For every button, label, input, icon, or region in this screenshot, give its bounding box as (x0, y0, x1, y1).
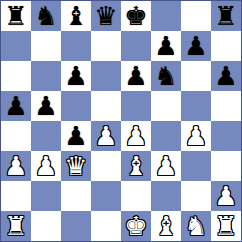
piece-black-pawn: ♟ (4, 91, 27, 121)
square-a7[interactable] (1, 31, 31, 61)
piece-black-bishop: ♝ (64, 1, 87, 31)
piece-white-pawn: ♟ (184, 121, 207, 151)
piece-black-pawn: ♟ (124, 61, 147, 91)
square-h1[interactable]: ♜ (211, 211, 241, 241)
square-c1[interactable] (61, 211, 91, 241)
piece-black-rook: ♜ (214, 1, 237, 31)
square-c7[interactable] (61, 31, 91, 61)
piece-white-bishop: ♝ (124, 151, 147, 181)
square-e8[interactable]: ♚ (121, 1, 151, 31)
piece-white-bishop: ♝ (154, 211, 177, 241)
square-f4[interactable] (151, 121, 181, 151)
square-f2[interactable] (151, 181, 181, 211)
piece-white-pawn: ♟ (4, 151, 27, 181)
square-h2[interactable]: ♟ (211, 181, 241, 211)
square-h7[interactable] (211, 31, 241, 61)
square-b7[interactable] (31, 31, 61, 61)
chess-board: ♜♞♝♛♚♜♟♟♟♟♞♟♟♟♟♟♟♟♟♟♛♝♟♟♜♚♝♞♜ (0, 0, 242, 242)
square-e6[interactable]: ♟ (121, 61, 151, 91)
square-d6[interactable] (91, 61, 121, 91)
square-b5[interactable]: ♟ (31, 91, 61, 121)
piece-white-pawn: ♟ (214, 181, 237, 211)
square-a1[interactable]: ♜ (1, 211, 31, 241)
square-b1[interactable] (31, 211, 61, 241)
square-g5[interactable] (181, 91, 211, 121)
square-f3[interactable]: ♟ (151, 151, 181, 181)
square-d7[interactable] (91, 31, 121, 61)
piece-black-knight: ♞ (34, 1, 57, 31)
square-e7[interactable] (121, 31, 151, 61)
square-b2[interactable] (31, 181, 61, 211)
square-h3[interactable] (211, 151, 241, 181)
square-g1[interactable]: ♞ (181, 211, 211, 241)
piece-black-queen: ♛ (94, 1, 117, 31)
piece-black-pawn: ♟ (184, 31, 207, 61)
square-e4[interactable]: ♟ (121, 121, 151, 151)
piece-white-pawn: ♟ (124, 121, 147, 151)
square-d4[interactable]: ♟ (91, 121, 121, 151)
square-g3[interactable] (181, 151, 211, 181)
square-e1[interactable]: ♚ (121, 211, 151, 241)
piece-white-rook: ♜ (214, 211, 237, 241)
square-b3[interactable]: ♟ (31, 151, 61, 181)
square-d8[interactable]: ♛ (91, 1, 121, 31)
square-b8[interactable]: ♞ (31, 1, 61, 31)
piece-white-queen: ♛ (64, 151, 87, 181)
square-d2[interactable] (91, 181, 121, 211)
piece-white-king: ♚ (124, 211, 147, 241)
square-c2[interactable] (61, 181, 91, 211)
square-f8[interactable] (151, 1, 181, 31)
square-c6[interactable]: ♟ (61, 61, 91, 91)
square-c5[interactable] (61, 91, 91, 121)
square-h5[interactable] (211, 91, 241, 121)
square-a5[interactable]: ♟ (1, 91, 31, 121)
square-g7[interactable]: ♟ (181, 31, 211, 61)
piece-black-pawn: ♟ (64, 61, 87, 91)
piece-white-pawn: ♟ (94, 121, 117, 151)
piece-black-pawn: ♟ (34, 91, 57, 121)
square-a8[interactable]: ♜ (1, 1, 31, 31)
square-h8[interactable]: ♜ (211, 1, 241, 31)
square-g8[interactable] (181, 1, 211, 31)
piece-white-rook: ♜ (4, 211, 27, 241)
piece-white-knight: ♞ (184, 211, 207, 241)
piece-black-knight: ♞ (154, 61, 177, 91)
square-a2[interactable] (1, 181, 31, 211)
square-f6[interactable]: ♞ (151, 61, 181, 91)
square-f7[interactable]: ♟ (151, 31, 181, 61)
square-d5[interactable] (91, 91, 121, 121)
square-f1[interactable]: ♝ (151, 211, 181, 241)
piece-black-pawn: ♟ (154, 31, 177, 61)
piece-black-pawn: ♟ (214, 61, 237, 91)
piece-black-pawn: ♟ (64, 121, 87, 151)
piece-black-rook: ♜ (4, 1, 27, 31)
piece-white-pawn: ♟ (34, 151, 57, 181)
piece-black-king: ♚ (124, 1, 147, 31)
square-h4[interactable] (211, 121, 241, 151)
square-g2[interactable] (181, 181, 211, 211)
chess-app: ♜♞♝♛♚♜♟♟♟♟♞♟♟♟♟♟♟♟♟♟♛♝♟♟♜♚♝♞♜ (0, 0, 242, 242)
square-a4[interactable] (1, 121, 31, 151)
square-d3[interactable] (91, 151, 121, 181)
square-f5[interactable] (151, 91, 181, 121)
square-g4[interactable]: ♟ (181, 121, 211, 151)
square-c4[interactable]: ♟ (61, 121, 91, 151)
square-h6[interactable]: ♟ (211, 61, 241, 91)
piece-white-pawn: ♟ (154, 151, 177, 181)
square-e3[interactable]: ♝ (121, 151, 151, 181)
square-e2[interactable] (121, 181, 151, 211)
square-b4[interactable] (31, 121, 61, 151)
square-e5[interactable] (121, 91, 151, 121)
square-c3[interactable]: ♛ (61, 151, 91, 181)
square-b6[interactable] (31, 61, 61, 91)
square-a3[interactable]: ♟ (1, 151, 31, 181)
square-a6[interactable] (1, 61, 31, 91)
square-c8[interactable]: ♝ (61, 1, 91, 31)
square-g6[interactable] (181, 61, 211, 91)
square-d1[interactable] (91, 211, 121, 241)
